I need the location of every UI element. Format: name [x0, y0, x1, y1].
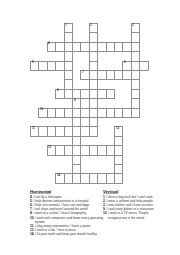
grid-cell[interactable] — [106, 89, 115, 99]
clue-item-number: 8. — [30, 211, 34, 215]
clue-number-label: 5 — [32, 61, 34, 64]
clue-number-label: 9 — [74, 99, 76, 102]
clue-item-number: 7. — [30, 207, 34, 211]
clue-number-label: 1 — [65, 24, 67, 27]
horizontal-clues-list: 4. I can fly a helicopter5. I help docto… — [30, 195, 103, 237]
clue-number-label: 2 — [90, 24, 92, 27]
clue-number-label: 10 — [40, 108, 43, 111]
vertical-clues-list: 1. I drive a big truck but I can't cook2… — [103, 195, 162, 220]
grid-cell[interactable] — [114, 173, 123, 183]
vertical-clues-section: Vertical 1. I drive a big truck but I ca… — [103, 189, 162, 220]
clue-number-label: 8 — [57, 89, 59, 92]
clue-number-label: 3 — [132, 24, 134, 27]
clue-item-number: 13. — [30, 228, 35, 232]
clue-item: 14. I fix your teeth and keep your mouth… — [30, 232, 103, 236]
clue-item-number: 11. — [30, 224, 35, 228]
clue-item-number: 5. — [30, 199, 34, 203]
clue-item-number: 4. — [30, 195, 34, 199]
grid-cell[interactable] — [139, 61, 148, 71]
clue-number-label: 4 — [48, 42, 50, 45]
clue-number-label: 13 — [48, 146, 51, 149]
clue-item: 12. I work in a TV series. People recogn… — [103, 211, 162, 219]
clue-item-number: 9. — [103, 207, 107, 211]
grid-cell[interactable] — [89, 126, 98, 136]
clue-item-number: 14. — [30, 232, 35, 236]
clue-number-label: 12 — [116, 127, 119, 130]
horizontal-clues-section: Horizontal 4. I can fly a helicopter5. I… — [30, 189, 103, 236]
clue-item-number: 3. — [103, 203, 107, 207]
clue-item: 10. I work with computers and know every… — [30, 215, 103, 223]
clue-item-number: 1. — [103, 195, 107, 199]
clue-item-number: 10. — [30, 215, 35, 219]
crossword-grid: 1234567891011121314 — [0, 0, 180, 190]
clue-item-number: 6. — [30, 203, 34, 207]
crossword-worksheet-page: 1234567891011121314 Horizontal 4. I can … — [0, 0, 180, 255]
clue-number-label: 7 — [82, 71, 84, 74]
clue-number-label: 11 — [32, 127, 35, 130]
vertical-clues-header: Vertical — [103, 189, 162, 194]
clue-item-number: 2. — [103, 199, 107, 203]
grid-cell[interactable] — [131, 108, 140, 118]
clue-item-number: 12. — [103, 211, 108, 215]
clue-number-label: 6 — [124, 61, 126, 64]
horizontal-clues-header: Horizontal — [30, 189, 103, 194]
clue-number-label: 14 — [57, 174, 60, 177]
